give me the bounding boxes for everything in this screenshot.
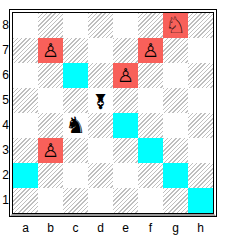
square-g3[interactable] bbox=[163, 138, 188, 163]
square-e8[interactable] bbox=[113, 13, 138, 38]
square-f7[interactable]: ♙ bbox=[138, 38, 163, 63]
square-c1[interactable] bbox=[63, 188, 88, 213]
white-pawn-e6[interactable]: ♙ bbox=[113, 63, 138, 88]
square-f4[interactable] bbox=[138, 113, 163, 138]
square-d1[interactable] bbox=[88, 188, 113, 213]
square-g1[interactable] bbox=[163, 188, 188, 213]
file-label-f: f bbox=[138, 221, 163, 235]
square-d5[interactable]: ♝ bbox=[88, 88, 113, 113]
rank-labels: 87654321 bbox=[0, 13, 9, 213]
rank-label-7: 7 bbox=[0, 38, 9, 63]
rank-label-2: 2 bbox=[0, 163, 9, 188]
file-label-e: e bbox=[113, 221, 138, 235]
square-e4[interactable] bbox=[113, 113, 138, 138]
white-pawn-b7[interactable]: ♙ bbox=[38, 38, 63, 63]
chess-diagram: 87654321 ♘♙♙♙♝♞♙ abcdefgh bbox=[0, 0, 234, 239]
square-d7[interactable] bbox=[88, 38, 113, 63]
square-c5[interactable] bbox=[63, 88, 88, 113]
square-f3[interactable] bbox=[138, 138, 163, 163]
square-e1[interactable] bbox=[113, 188, 138, 213]
square-h7[interactable] bbox=[188, 38, 213, 63]
square-f5[interactable] bbox=[138, 88, 163, 113]
file-label-a: a bbox=[13, 221, 38, 235]
square-a2[interactable] bbox=[13, 163, 38, 188]
file-labels: abcdefgh bbox=[13, 221, 213, 235]
file-label-h: h bbox=[188, 221, 213, 235]
square-f2[interactable] bbox=[138, 163, 163, 188]
square-e6[interactable]: ♙ bbox=[113, 63, 138, 88]
board-frame: ♘♙♙♙♝♞♙ bbox=[9, 9, 217, 217]
square-a8[interactable] bbox=[13, 13, 38, 38]
file-label-b: b bbox=[38, 221, 63, 235]
square-b2[interactable] bbox=[38, 163, 63, 188]
square-b7[interactable]: ♙ bbox=[38, 38, 63, 63]
square-g5[interactable] bbox=[163, 88, 188, 113]
square-a5[interactable] bbox=[13, 88, 38, 113]
square-b6[interactable] bbox=[38, 63, 63, 88]
square-d4[interactable] bbox=[88, 113, 113, 138]
square-d6[interactable] bbox=[88, 63, 113, 88]
file-label-c: c bbox=[63, 221, 88, 235]
square-g6[interactable] bbox=[163, 63, 188, 88]
square-a1[interactable] bbox=[13, 188, 38, 213]
black-inverted-bishop-d5[interactable]: ♝ bbox=[88, 88, 113, 113]
square-h2[interactable] bbox=[188, 163, 213, 188]
rank-label-8: 8 bbox=[0, 13, 9, 38]
square-h6[interactable] bbox=[188, 63, 213, 88]
square-h8[interactable] bbox=[188, 13, 213, 38]
white-pawn-b3[interactable]: ♙ bbox=[38, 138, 63, 163]
white-knight-g8[interactable]: ♘ bbox=[163, 13, 188, 38]
square-b5[interactable] bbox=[38, 88, 63, 113]
square-a3[interactable] bbox=[13, 138, 38, 163]
square-b4[interactable] bbox=[38, 113, 63, 138]
square-h4[interactable] bbox=[188, 113, 213, 138]
square-b8[interactable] bbox=[38, 13, 63, 38]
square-h5[interactable] bbox=[188, 88, 213, 113]
rank-label-3: 3 bbox=[0, 138, 9, 163]
rank-label-1: 1 bbox=[0, 188, 9, 213]
file-label-g: g bbox=[163, 221, 188, 235]
square-b1[interactable] bbox=[38, 188, 63, 213]
square-a6[interactable] bbox=[13, 63, 38, 88]
square-e2[interactable] bbox=[113, 163, 138, 188]
square-c2[interactable] bbox=[63, 163, 88, 188]
square-d8[interactable] bbox=[88, 13, 113, 38]
white-pawn-f7[interactable]: ♙ bbox=[138, 38, 163, 63]
square-d2[interactable] bbox=[88, 163, 113, 188]
square-d3[interactable] bbox=[88, 138, 113, 163]
rank-label-5: 5 bbox=[0, 88, 9, 113]
square-f6[interactable] bbox=[138, 63, 163, 88]
square-a7[interactable] bbox=[13, 38, 38, 63]
square-f1[interactable] bbox=[138, 188, 163, 213]
square-c8[interactable] bbox=[63, 13, 88, 38]
square-e7[interactable] bbox=[113, 38, 138, 63]
rank-label-6: 6 bbox=[0, 63, 9, 88]
file-label-d: d bbox=[88, 221, 113, 235]
square-c6[interactable] bbox=[63, 63, 88, 88]
square-a4[interactable] bbox=[13, 113, 38, 138]
square-e5[interactable] bbox=[113, 88, 138, 113]
chess-board[interactable]: ♘♙♙♙♝♞♙ bbox=[13, 13, 213, 213]
square-h1[interactable] bbox=[188, 188, 213, 213]
square-h3[interactable] bbox=[188, 138, 213, 163]
square-c3[interactable] bbox=[63, 138, 88, 163]
rank-label-4: 4 bbox=[0, 113, 9, 138]
square-c4[interactable]: ♞ bbox=[63, 113, 88, 138]
square-g2[interactable] bbox=[163, 163, 188, 188]
square-f8[interactable] bbox=[138, 13, 163, 38]
square-g8[interactable]: ♘ bbox=[163, 13, 188, 38]
black-knight-c4[interactable]: ♞ bbox=[63, 113, 88, 138]
square-g7[interactable] bbox=[163, 38, 188, 63]
square-c7[interactable] bbox=[63, 38, 88, 63]
square-b3[interactable]: ♙ bbox=[38, 138, 63, 163]
square-e3[interactable] bbox=[113, 138, 138, 163]
square-g4[interactable] bbox=[163, 113, 188, 138]
